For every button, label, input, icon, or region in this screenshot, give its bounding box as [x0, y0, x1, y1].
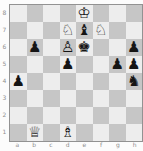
rank-label-3: 3 — [0, 89, 9, 106]
square-b5[interactable] — [27, 56, 44, 73]
square-c5[interactable] — [43, 56, 60, 73]
square-f4[interactable] — [93, 73, 110, 90]
piece-white-knight[interactable]: ♘ — [61, 23, 74, 38]
file-label-a: a — [9, 141, 26, 151]
square-a8[interactable] — [10, 5, 27, 22]
square-b8[interactable] — [27, 5, 44, 22]
square-c3[interactable] — [43, 90, 60, 107]
square-f5[interactable] — [93, 56, 110, 73]
square-f1[interactable] — [93, 124, 110, 141]
square-g7[interactable] — [109, 22, 126, 39]
square-e1[interactable] — [76, 124, 93, 141]
square-c7[interactable] — [43, 22, 60, 39]
square-a2[interactable] — [10, 107, 27, 124]
square-b7[interactable] — [27, 22, 44, 39]
square-g5[interactable]: ♟ — [109, 56, 126, 73]
file-label-e: e — [76, 141, 93, 151]
square-d6[interactable]: ♙ — [60, 39, 77, 56]
square-h5[interactable]: ♟ — [126, 56, 143, 73]
square-a5[interactable] — [10, 56, 27, 73]
square-g6[interactable] — [109, 39, 126, 56]
square-g1[interactable] — [109, 124, 126, 141]
square-c4[interactable] — [43, 73, 60, 90]
square-d2[interactable] — [60, 107, 77, 124]
piece-black-knight[interactable]: ♞ — [127, 74, 140, 89]
piece-white-bishop[interactable]: ♗ — [61, 125, 74, 140]
square-e7[interactable]: ♝ — [76, 22, 93, 39]
piece-black-bishop[interactable]: ♝ — [78, 23, 91, 38]
square-a7[interactable] — [10, 22, 27, 39]
file-label-c: c — [43, 141, 60, 151]
piece-black-pawn[interactable]: ♟ — [61, 57, 74, 72]
square-e6[interactable]: ♚ — [76, 39, 93, 56]
square-c8[interactable] — [43, 5, 60, 22]
file-label-g: g — [110, 141, 127, 151]
square-e2[interactable] — [76, 107, 93, 124]
square-f6[interactable] — [93, 39, 110, 56]
piece-white-pawn[interactable]: ♙ — [61, 40, 74, 55]
piece-black-pawn[interactable]: ♟ — [111, 57, 124, 72]
rank-label-8: 8 — [0, 4, 9, 21]
piece-black-pawn[interactable]: ♟ — [12, 74, 25, 89]
square-h4[interactable]: ♞ — [126, 73, 143, 90]
file-labels: abcdefgh — [9, 141, 143, 151]
piece-white-knight[interactable]: ♘ — [94, 23, 107, 38]
piece-white-king[interactable]: ♔ — [78, 6, 91, 21]
square-b3[interactable] — [27, 90, 44, 107]
piece-black-pawn[interactable]: ♟ — [127, 40, 140, 55]
square-c2[interactable] — [43, 107, 60, 124]
square-f3[interactable] — [93, 90, 110, 107]
square-f8[interactable] — [93, 5, 110, 22]
rank-label-1: 1 — [0, 123, 9, 140]
square-a4[interactable]: ♟ — [10, 73, 27, 90]
square-b2[interactable] — [27, 107, 44, 124]
square-g2[interactable] — [109, 107, 126, 124]
square-e4[interactable] — [76, 73, 93, 90]
square-b6[interactable]: ♟ — [27, 39, 44, 56]
square-h6[interactable]: ♟ — [126, 39, 143, 56]
square-g4[interactable] — [109, 73, 126, 90]
piece-black-pawn[interactable]: ♟ — [127, 57, 140, 72]
rank-label-6: 6 — [0, 38, 9, 55]
square-d1[interactable]: ♗ — [60, 124, 77, 141]
square-h1[interactable] — [126, 124, 143, 141]
rank-label-5: 5 — [0, 55, 9, 72]
square-d5[interactable]: ♟ — [60, 56, 77, 73]
piece-black-pawn[interactable]: ♟ — [28, 40, 41, 55]
square-h7[interactable] — [126, 22, 143, 39]
square-h3[interactable] — [126, 90, 143, 107]
square-f2[interactable] — [93, 107, 110, 124]
square-g8[interactable] — [109, 5, 126, 22]
square-d4[interactable] — [60, 73, 77, 90]
square-f7[interactable]: ♘ — [93, 22, 110, 39]
square-c6[interactable] — [43, 39, 60, 56]
square-h8[interactable] — [126, 5, 143, 22]
chess-diagram: 87654321 ♔♘♝♘♟♙♚♟♟♟♟♟♞♕♗ abcdefgh — [0, 0, 143, 151]
square-a1[interactable] — [10, 124, 27, 141]
rank-label-7: 7 — [0, 21, 9, 38]
square-d3[interactable] — [60, 90, 77, 107]
square-e3[interactable] — [76, 90, 93, 107]
file-label-h: h — [126, 141, 143, 151]
piece-black-king[interactable]: ♚ — [78, 40, 91, 55]
file-label-f: f — [93, 141, 110, 151]
rank-labels: 87654321 — [0, 4, 9, 140]
square-b4[interactable] — [27, 73, 44, 90]
square-g3[interactable] — [109, 90, 126, 107]
square-d7[interactable]: ♘ — [60, 22, 77, 39]
square-e8[interactable]: ♔ — [76, 5, 93, 22]
square-e5[interactable] — [76, 56, 93, 73]
rank-label-4: 4 — [0, 72, 9, 89]
square-a3[interactable] — [10, 90, 27, 107]
square-b1[interactable]: ♕ — [27, 124, 44, 141]
square-d8[interactable] — [60, 5, 77, 22]
square-h2[interactable] — [126, 107, 143, 124]
square-c1[interactable] — [43, 124, 60, 141]
chess-board[interactable]: ♔♘♝♘♟♙♚♟♟♟♟♟♞♕♗ — [9, 4, 143, 142]
file-label-b: b — [26, 141, 43, 151]
square-a6[interactable] — [10, 39, 27, 56]
file-label-d: d — [59, 141, 76, 151]
rank-label-2: 2 — [0, 106, 9, 123]
piece-white-queen[interactable]: ♕ — [28, 125, 41, 140]
